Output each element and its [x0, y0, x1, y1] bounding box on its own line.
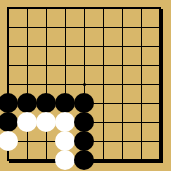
- white-stone[interactable]: [17, 112, 37, 132]
- black-stone[interactable]: [74, 93, 94, 113]
- white-stone[interactable]: [55, 131, 75, 151]
- black-stone[interactable]: [36, 93, 56, 113]
- star-point: [83, 83, 86, 86]
- white-stone[interactable]: [36, 112, 56, 132]
- go-board[interactable]: [0, 0, 171, 171]
- black-stone[interactable]: [74, 131, 94, 151]
- black-stone[interactable]: [17, 93, 37, 113]
- white-stone[interactable]: [55, 150, 75, 170]
- white-stone[interactable]: [55, 112, 75, 132]
- black-stone[interactable]: [55, 93, 75, 113]
- black-stone[interactable]: [74, 112, 94, 132]
- black-stone[interactable]: [74, 150, 94, 170]
- grid-line-vertical: [141, 8, 142, 160]
- grid-line-vertical: [103, 8, 104, 160]
- grid-line-vertical: [122, 8, 123, 160]
